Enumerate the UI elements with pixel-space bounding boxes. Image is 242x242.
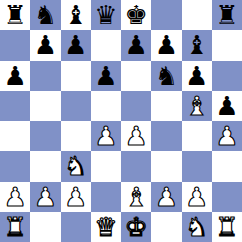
piece-black-rook[interactable]: ♜ xyxy=(215,0,238,30)
piece-black-bishop[interactable]: ♝ xyxy=(185,30,208,60)
square-e4[interactable]: ♟ xyxy=(121,121,151,151)
piece-white-pawn[interactable]: ♟ xyxy=(64,182,87,212)
square-h8[interactable]: ♜ xyxy=(212,0,242,30)
square-d1[interactable]: ♛ xyxy=(91,212,121,242)
square-g5[interactable]: ♝ xyxy=(182,91,212,121)
piece-white-pawn[interactable]: ♟ xyxy=(124,121,147,151)
piece-white-bishop[interactable]: ♝ xyxy=(124,182,147,212)
square-e8[interactable]: ♚ xyxy=(121,0,151,30)
square-f5[interactable] xyxy=(151,91,181,121)
square-d5[interactable] xyxy=(91,91,121,121)
square-b2[interactable]: ♟ xyxy=(30,182,60,212)
square-a8[interactable]: ♜ xyxy=(0,0,30,30)
chess-board: ♜♞♝♛♚♜♟♟♟♟♝♟♟♞♟♝♟♟♟♟♞♟♟♟♝♟♟♜♛♚♞♜ xyxy=(0,0,242,242)
piece-white-pawn[interactable]: ♟ xyxy=(155,182,178,212)
square-a3[interactable] xyxy=(0,151,30,181)
square-a6[interactable]: ♟ xyxy=(0,61,30,91)
piece-black-knight[interactable]: ♞ xyxy=(155,61,178,91)
square-h1[interactable]: ♜ xyxy=(212,212,242,242)
square-f7[interactable]: ♟ xyxy=(151,30,181,60)
square-c1[interactable] xyxy=(61,212,91,242)
piece-black-pawn[interactable]: ♟ xyxy=(3,61,26,91)
square-f1[interactable] xyxy=(151,212,181,242)
piece-black-pawn[interactable]: ♟ xyxy=(185,61,208,91)
square-f2[interactable]: ♟ xyxy=(151,182,181,212)
piece-black-pawn[interactable]: ♟ xyxy=(94,61,117,91)
square-d8[interactable]: ♛ xyxy=(91,0,121,30)
square-d2[interactable] xyxy=(91,182,121,212)
square-h6[interactable] xyxy=(212,61,242,91)
square-d4[interactable]: ♟ xyxy=(91,121,121,151)
piece-white-pawn[interactable]: ♟ xyxy=(3,182,26,212)
piece-white-pawn[interactable]: ♟ xyxy=(94,121,117,151)
piece-black-king[interactable]: ♚ xyxy=(124,0,147,30)
square-g2[interactable]: ♟ xyxy=(182,182,212,212)
piece-black-queen[interactable]: ♛ xyxy=(94,0,117,30)
square-b6[interactable] xyxy=(30,61,60,91)
piece-black-pawn[interactable]: ♟ xyxy=(64,30,87,60)
square-b3[interactable] xyxy=(30,151,60,181)
piece-white-knight[interactable]: ♞ xyxy=(64,151,87,181)
square-e1[interactable]: ♚ xyxy=(121,212,151,242)
square-a5[interactable] xyxy=(0,91,30,121)
square-h5[interactable]: ♟ xyxy=(212,91,242,121)
piece-black-pawn[interactable]: ♟ xyxy=(155,30,178,60)
square-d3[interactable] xyxy=(91,151,121,181)
piece-black-pawn[interactable]: ♟ xyxy=(34,30,57,60)
square-e2[interactable]: ♝ xyxy=(121,182,151,212)
piece-white-knight[interactable]: ♞ xyxy=(185,212,208,242)
square-e3[interactable] xyxy=(121,151,151,181)
square-a2[interactable]: ♟ xyxy=(0,182,30,212)
square-d6[interactable]: ♟ xyxy=(91,61,121,91)
square-g8[interactable] xyxy=(182,0,212,30)
square-g7[interactable]: ♝ xyxy=(182,30,212,60)
square-c5[interactable] xyxy=(61,91,91,121)
square-e7[interactable]: ♟ xyxy=(121,30,151,60)
piece-black-rook[interactable]: ♜ xyxy=(3,0,26,30)
square-g3[interactable] xyxy=(182,151,212,181)
square-d7[interactable] xyxy=(91,30,121,60)
square-e6[interactable] xyxy=(121,61,151,91)
piece-black-knight[interactable]: ♞ xyxy=(34,0,57,30)
square-f8[interactable] xyxy=(151,0,181,30)
square-a1[interactable]: ♜ xyxy=(0,212,30,242)
square-b1[interactable] xyxy=(30,212,60,242)
square-h2[interactable] xyxy=(212,182,242,212)
square-c3[interactable]: ♞ xyxy=(61,151,91,181)
square-f6[interactable]: ♞ xyxy=(151,61,181,91)
square-c7[interactable]: ♟ xyxy=(61,30,91,60)
square-g1[interactable]: ♞ xyxy=(182,212,212,242)
square-c4[interactable] xyxy=(61,121,91,151)
square-b5[interactable] xyxy=(30,91,60,121)
square-h3[interactable] xyxy=(212,151,242,181)
square-a7[interactable] xyxy=(0,30,30,60)
piece-black-pawn[interactable]: ♟ xyxy=(215,91,238,121)
piece-black-bishop[interactable]: ♝ xyxy=(64,0,87,30)
piece-white-queen[interactable]: ♛ xyxy=(94,212,117,242)
square-h4[interactable]: ♟ xyxy=(212,121,242,151)
square-b8[interactable]: ♞ xyxy=(30,0,60,30)
square-h7[interactable] xyxy=(212,30,242,60)
piece-white-bishop[interactable]: ♝ xyxy=(185,91,208,121)
square-b7[interactable]: ♟ xyxy=(30,30,60,60)
square-e5[interactable] xyxy=(121,91,151,121)
square-a4[interactable] xyxy=(0,121,30,151)
square-b4[interactable] xyxy=(30,121,60,151)
piece-white-king[interactable]: ♚ xyxy=(124,212,147,242)
square-f3[interactable] xyxy=(151,151,181,181)
square-c2[interactable]: ♟ xyxy=(61,182,91,212)
piece-white-pawn[interactable]: ♟ xyxy=(185,182,208,212)
piece-white-rook[interactable]: ♜ xyxy=(3,212,26,242)
square-c8[interactable]: ♝ xyxy=(61,0,91,30)
square-f4[interactable] xyxy=(151,121,181,151)
piece-white-pawn[interactable]: ♟ xyxy=(34,182,57,212)
square-g4[interactable] xyxy=(182,121,212,151)
piece-white-rook[interactable]: ♜ xyxy=(215,212,238,242)
square-g6[interactable]: ♟ xyxy=(182,61,212,91)
square-c6[interactable] xyxy=(61,61,91,91)
piece-black-pawn[interactable]: ♟ xyxy=(124,30,147,60)
piece-white-pawn[interactable]: ♟ xyxy=(215,121,238,151)
